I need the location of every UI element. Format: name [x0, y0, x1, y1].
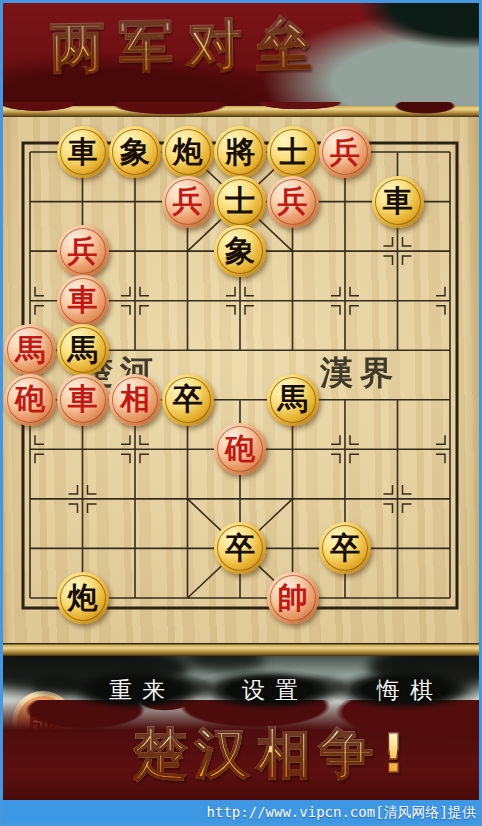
watermark-bar: http://www.vipcn.com[清风网络]提供 [0, 800, 482, 826]
footer-title: 楚汉相争! [133, 718, 414, 791]
piece-black-卒-c4r8[interactable]: 卒 [214, 522, 266, 574]
piece-char: 兵 [173, 186, 203, 216]
piece-black-車-c7r1[interactable]: 車 [372, 176, 424, 228]
restart-button-label: 重来 [99, 675, 175, 706]
piece-char: 卒 [225, 533, 255, 563]
piece-char: 炮 [68, 583, 98, 613]
piece-red-兵-c1r2[interactable]: 兵 [57, 225, 109, 277]
piece-red-兵-c3r1[interactable]: 兵 [162, 176, 214, 228]
piece-char: 車 [383, 186, 413, 216]
piece-char: 士 [225, 186, 255, 216]
piece-char: 卒 [330, 533, 360, 563]
watermark-url: http://www.vipcn.com[清风网络]提供 [207, 804, 482, 822]
undo-button[interactable]: 悔棋 [319, 667, 482, 713]
piece-red-砲-c4r6[interactable]: 砲 [214, 423, 266, 475]
piece-char: 馬 [15, 335, 45, 365]
piece-red-車-c1r3[interactable]: 車 [57, 275, 109, 327]
board-plate: 楚河 漢界 車象炮將士兵兵士兵車兵象車馬馬砲車相卒馬砲卒卒炮帥 [0, 104, 482, 656]
piece-char: 車 [68, 384, 98, 414]
piece-char: 砲 [15, 384, 45, 414]
piece-char: 馬 [278, 384, 308, 414]
piece-red-兵-c6r0[interactable]: 兵 [319, 126, 371, 178]
piece-black-卒-c6r8[interactable]: 卒 [319, 522, 371, 574]
piece-red-兵-c5r1[interactable]: 兵 [267, 176, 319, 228]
piece-black-馬-c1r4[interactable]: 馬 [57, 324, 109, 376]
piece-black-炮-c3r0[interactable]: 炮 [162, 126, 214, 178]
piece-char: 兵 [278, 186, 308, 216]
piece-red-砲-c0r5[interactable]: 砲 [4, 374, 56, 426]
undo-button-label: 悔棋 [367, 675, 443, 706]
piece-char: 象 [225, 236, 255, 266]
bottom-panel: 帥 重来 设置 悔棋 楚汉相争! [0, 656, 482, 800]
piece-char: 兵 [68, 236, 98, 266]
piece-char: 卒 [173, 384, 203, 414]
toolbar: 重来 设置 悔棋 [0, 656, 482, 726]
puzzle-title: 两军对垒 [49, 8, 326, 86]
piece-char: 馬 [68, 335, 98, 365]
piece-char: 兵 [330, 137, 360, 167]
pieces-layer: 車象炮將士兵兵士兵車兵象車馬馬砲車相卒馬砲卒卒炮帥 [0, 104, 482, 656]
piece-char: 車 [68, 285, 98, 315]
piece-black-士-c4r1[interactable]: 士 [214, 176, 266, 228]
piece-char: 砲 [225, 434, 255, 464]
piece-red-車-c1r5[interactable]: 車 [57, 374, 109, 426]
piece-black-卒-c3r5[interactable]: 卒 [162, 374, 214, 426]
piece-black-將-c4r0[interactable]: 將 [214, 126, 266, 178]
piece-red-馬-c0r4[interactable]: 馬 [4, 324, 56, 376]
piece-char: 車 [68, 137, 98, 167]
piece-char: 象 [120, 137, 150, 167]
piece-black-車-c1r0[interactable]: 車 [57, 126, 109, 178]
piece-char: 帥 [278, 583, 308, 613]
settings-button-label: 设置 [232, 675, 308, 706]
piece-black-象-c2r0[interactable]: 象 [109, 126, 161, 178]
piece-black-士-c5r0[interactable]: 士 [267, 126, 319, 178]
piece-char: 將 [225, 137, 255, 167]
top-banner: 两军对垒 [0, 0, 482, 106]
piece-red-帥-c5r9[interactable]: 帥 [267, 572, 319, 624]
piece-char: 相 [120, 384, 150, 414]
piece-black-象-c4r2[interactable]: 象 [214, 225, 266, 277]
piece-black-炮-c1r9[interactable]: 炮 [57, 572, 109, 624]
piece-black-馬-c5r5[interactable]: 馬 [267, 374, 319, 426]
xiangqi-app: 两军对垒 楚河 漢界 車象炮將士兵兵士兵車兵象車馬馬砲車相卒馬砲卒卒炮帥 帥 重… [0, 0, 482, 826]
piece-red-相-c2r5[interactable]: 相 [109, 374, 161, 426]
piece-char: 炮 [173, 137, 203, 167]
piece-char: 士 [278, 137, 308, 167]
